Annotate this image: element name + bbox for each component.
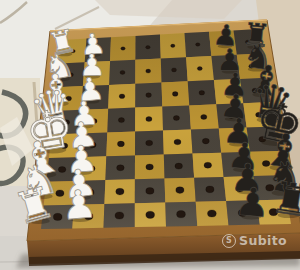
peg-hole — [146, 164, 154, 170]
peg-hole — [174, 139, 181, 145]
peg-hole — [171, 44, 175, 47]
peg-hole — [202, 138, 209, 144]
watermark: S Subito — [222, 234, 287, 248]
watermark-logo-icon: S — [222, 234, 236, 248]
peg-hole — [175, 163, 183, 169]
peg-hole — [197, 67, 202, 71]
peg-hole — [206, 186, 214, 193]
peg-hole — [146, 69, 151, 73]
peg-hole — [172, 92, 178, 97]
peg-hole — [173, 116, 179, 121]
peg-hole — [172, 68, 177, 72]
peg-hole — [196, 43, 200, 46]
peg-hole — [116, 188, 124, 195]
peg-hole — [146, 140, 153, 146]
peg-hole — [204, 162, 212, 168]
chess-board: ♜♟♟♜♞♟♟♞♝♟♟♝♛♟♟♛♚♟♟♚♝♟♟♝♞♟♟♞♜♟♟♜ — [0, 0, 300, 270]
peg-hole — [117, 165, 125, 171]
peg-hole — [146, 188, 154, 195]
piece-white-pawn: ♟ — [59, 180, 98, 229]
peg-hole — [115, 212, 124, 219]
peg-hole — [176, 187, 184, 194]
peg-hole — [199, 91, 205, 96]
peg-hole — [119, 94, 125, 99]
peg-hole — [118, 118, 124, 123]
peg-hole — [146, 46, 150, 49]
peg-hole — [146, 117, 152, 122]
peg-hole — [120, 70, 125, 74]
peg-hole — [121, 47, 125, 50]
photo-scene: ♜♟♟♜♞♟♟♞♝♟♟♝♛♟♟♛♚♟♟♚♝♟♟♝♞♟♟♞♜♟♟♜ S Subit… — [0, 0, 300, 270]
peg-hole — [117, 141, 124, 147]
peg-hole — [146, 93, 152, 98]
peg-hole — [177, 211, 186, 218]
peg-hole — [208, 210, 217, 217]
watermark-text: Subito — [239, 235, 287, 248]
piece-black-pawn: ♟ — [233, 177, 272, 226]
peg-hole — [146, 211, 155, 218]
peg-hole — [201, 114, 207, 119]
